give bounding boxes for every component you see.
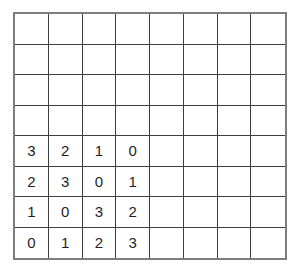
cell-r6c4[interactable]: 1 — [116, 167, 150, 198]
cell-r6c3[interactable]: 0 — [83, 167, 117, 198]
cell-r1c3[interactable] — [83, 14, 117, 45]
cell-r4c8[interactable] — [251, 106, 285, 137]
cell-r7c2[interactable]: 0 — [49, 197, 83, 228]
cell-r2c4[interactable] — [116, 45, 150, 76]
cell-r1c4[interactable] — [116, 14, 150, 45]
cell-r6c1[interactable]: 2 — [15, 167, 49, 198]
cell-r5c7[interactable] — [218, 136, 252, 167]
cell-r2c2[interactable] — [49, 45, 83, 76]
cell-r3c7[interactable] — [218, 75, 252, 106]
cell-r2c3[interactable] — [83, 45, 117, 76]
cell-r4c4[interactable] — [116, 106, 150, 137]
cell-r3c6[interactable] — [184, 75, 218, 106]
cell-r5c5[interactable] — [150, 136, 184, 167]
cell-r2c7[interactable] — [218, 45, 252, 76]
cell-r2c8[interactable] — [251, 45, 285, 76]
cell-r4c2[interactable] — [49, 106, 83, 137]
cell-r3c4[interactable] — [116, 75, 150, 106]
cell-r2c6[interactable] — [184, 45, 218, 76]
cell-r1c8[interactable] — [251, 14, 285, 45]
cell-r6c6[interactable] — [184, 167, 218, 198]
cell-r7c3[interactable]: 3 — [83, 197, 117, 228]
cell-r8c7[interactable] — [218, 228, 252, 259]
cell-r1c7[interactable] — [218, 14, 252, 45]
cell-r7c7[interactable] — [218, 197, 252, 228]
cell-r7c8[interactable] — [251, 197, 285, 228]
cell-r4c5[interactable] — [150, 106, 184, 137]
cell-r3c5[interactable] — [150, 75, 184, 106]
cell-r8c3[interactable]: 2 — [83, 228, 117, 259]
cell-r3c3[interactable] — [83, 75, 117, 106]
cell-r6c2[interactable]: 3 — [49, 167, 83, 198]
cell-r3c8[interactable] — [251, 75, 285, 106]
cell-r1c5[interactable] — [150, 14, 184, 45]
cell-r7c1[interactable]: 1 — [15, 197, 49, 228]
cell-r3c2[interactable] — [49, 75, 83, 106]
cell-r5c4[interactable]: 0 — [116, 136, 150, 167]
cell-r6c5[interactable] — [150, 167, 184, 198]
cell-r8c6[interactable] — [184, 228, 218, 259]
cell-r5c3[interactable]: 1 — [83, 136, 117, 167]
cell-r8c5[interactable] — [150, 228, 184, 259]
cell-r7c5[interactable] — [150, 197, 184, 228]
cell-r4c1[interactable] — [15, 106, 49, 137]
cell-r6c8[interactable] — [251, 167, 285, 198]
cell-r5c8[interactable] — [251, 136, 285, 167]
cell-r5c6[interactable] — [184, 136, 218, 167]
cell-r8c2[interactable]: 1 — [49, 228, 83, 259]
cell-r2c1[interactable] — [15, 45, 49, 76]
cell-r5c2[interactable]: 2 — [49, 136, 83, 167]
cell-r1c6[interactable] — [184, 14, 218, 45]
cell-r1c1[interactable] — [15, 14, 49, 45]
cell-r3c1[interactable] — [15, 75, 49, 106]
cell-r7c4[interactable]: 2 — [116, 197, 150, 228]
puzzle-page: 3210230110320123 — [0, 0, 302, 274]
puzzle-grid: 3210230110320123 — [13, 12, 287, 260]
cell-r5c1[interactable]: 3 — [15, 136, 49, 167]
cell-r4c3[interactable] — [83, 106, 117, 137]
cell-r2c5[interactable] — [150, 45, 184, 76]
cell-r4c7[interactable] — [218, 106, 252, 137]
cell-r8c8[interactable] — [251, 228, 285, 259]
cell-r6c7[interactable] — [218, 167, 252, 198]
cell-r8c4[interactable]: 3 — [116, 228, 150, 259]
cell-r1c2[interactable] — [49, 14, 83, 45]
cell-r4c6[interactable] — [184, 106, 218, 137]
cell-r7c6[interactable] — [184, 197, 218, 228]
cell-r8c1[interactable]: 0 — [15, 228, 49, 259]
